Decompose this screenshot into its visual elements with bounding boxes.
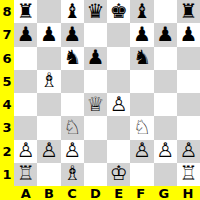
square-e1[interactable]: ♔	[107, 163, 130, 186]
white-knight-piece: ♘	[63, 117, 81, 137]
white-pawn-piece: ♙	[17, 140, 35, 160]
square-a4[interactable]	[14, 93, 37, 116]
white-bishop-piece: ♗	[63, 163, 81, 183]
rank-label-8: 8	[0, 0, 14, 23]
square-g3[interactable]	[154, 116, 177, 139]
square-c4[interactable]	[61, 93, 84, 116]
square-b3[interactable]	[37, 116, 60, 139]
file-label-f: F	[130, 186, 152, 200]
file-label-a: A	[14, 186, 37, 200]
chess-board: ♜♝♛♚♝♜♟♟♟♟♟♟♞♟♞♗♕♙♘♘♙♙♙♙♙♙♖♗♔♖	[14, 0, 200, 186]
file-label-e: E	[108, 186, 130, 200]
square-d3[interactable]	[84, 116, 107, 139]
square-h3[interactable]	[177, 116, 200, 139]
square-b8[interactable]	[37, 0, 60, 23]
square-a3[interactable]	[14, 116, 37, 139]
black-queen-piece: ♛	[86, 1, 104, 21]
square-b2[interactable]: ♙	[37, 140, 60, 163]
square-c1[interactable]: ♗	[61, 163, 84, 186]
square-b6[interactable]	[37, 47, 60, 70]
square-b1[interactable]	[37, 163, 60, 186]
square-a6[interactable]	[14, 47, 37, 70]
white-pawn-piece: ♙	[133, 140, 151, 160]
black-rook-piece: ♜	[17, 1, 35, 21]
square-d7[interactable]	[84, 23, 107, 46]
white-pawn-piece: ♙	[63, 140, 81, 160]
black-knight-piece: ♞	[63, 47, 81, 67]
black-pawn-piece: ♟	[156, 24, 174, 44]
square-g8[interactable]	[154, 0, 177, 23]
square-a2[interactable]: ♙	[14, 140, 37, 163]
file-labels: ABCDEFGH	[14, 186, 200, 200]
black-rook-piece: ♜	[179, 1, 197, 21]
square-d1[interactable]	[84, 163, 107, 186]
square-f3[interactable]: ♘	[130, 116, 153, 139]
rank-labels: 87654321	[0, 0, 14, 186]
white-pawn-piece: ♙	[110, 94, 128, 114]
square-e8[interactable]: ♚	[107, 0, 130, 23]
black-pawn-piece: ♟	[17, 24, 35, 44]
white-rook-piece: ♖	[179, 163, 197, 183]
corner-spacer	[0, 186, 14, 200]
square-h7[interactable]: ♟	[177, 23, 200, 46]
chess-diagram: 87654321 ♜♝♛♚♝♜♟♟♟♟♟♟♞♟♞♗♕♙♘♘♙♙♙♙♙♙♖♗♔♖ …	[0, 0, 200, 200]
square-h2[interactable]: ♙	[177, 140, 200, 163]
white-pawn-piece: ♙	[179, 140, 197, 160]
black-bishop-piece: ♝	[133, 1, 151, 21]
square-h1[interactable]: ♖	[177, 163, 200, 186]
white-king-piece: ♔	[110, 163, 128, 183]
rank-label-6: 6	[0, 47, 14, 70]
square-c8[interactable]: ♝	[61, 0, 84, 23]
square-g5[interactable]	[154, 70, 177, 93]
square-c2[interactable]: ♙	[61, 140, 84, 163]
black-bishop-piece: ♝	[63, 1, 81, 21]
rank-label-4: 4	[0, 93, 14, 116]
square-g7[interactable]: ♟	[154, 23, 177, 46]
white-pawn-piece: ♙	[156, 140, 174, 160]
square-d4[interactable]: ♕	[84, 93, 107, 116]
black-king-piece: ♚	[110, 1, 128, 21]
square-g1[interactable]	[154, 163, 177, 186]
square-a5[interactable]	[14, 70, 37, 93]
square-f1[interactable]	[130, 163, 153, 186]
rank-label-3: 3	[0, 116, 14, 139]
square-f6[interactable]: ♞	[130, 47, 153, 70]
square-c3[interactable]: ♘	[61, 116, 84, 139]
square-f2[interactable]: ♙	[130, 140, 153, 163]
square-c7[interactable]: ♟	[61, 23, 84, 46]
white-bishop-piece: ♗	[40, 70, 58, 90]
square-e7[interactable]	[107, 23, 130, 46]
rank-label-1: 1	[0, 163, 14, 186]
white-rook-piece: ♖	[17, 163, 35, 183]
square-d6[interactable]: ♟	[84, 47, 107, 70]
rank-label-7: 7	[0, 23, 14, 46]
square-d2[interactable]	[84, 140, 107, 163]
square-f4[interactable]	[130, 93, 153, 116]
file-label-b: B	[37, 186, 60, 200]
square-e3[interactable]	[107, 116, 130, 139]
square-b5[interactable]: ♗	[37, 70, 60, 93]
square-e2[interactable]	[107, 140, 130, 163]
square-f7[interactable]: ♟	[130, 23, 153, 46]
square-a1[interactable]: ♖	[14, 163, 37, 186]
square-c5[interactable]	[61, 70, 84, 93]
white-knight-piece: ♘	[133, 117, 151, 137]
square-f5[interactable]	[130, 70, 153, 93]
square-d8[interactable]: ♛	[84, 0, 107, 23]
file-label-c: C	[61, 186, 84, 200]
square-b7[interactable]: ♟	[37, 23, 60, 46]
file-label-h: H	[176, 186, 200, 200]
square-c6[interactable]: ♞	[61, 47, 84, 70]
white-pawn-piece: ♙	[40, 140, 58, 160]
white-queen-piece: ♕	[86, 94, 104, 114]
square-a8[interactable]: ♜	[14, 0, 37, 23]
square-e5[interactable]	[107, 70, 130, 93]
square-h6[interactable]	[177, 47, 200, 70]
square-a7[interactable]: ♟	[14, 23, 37, 46]
black-pawn-piece: ♟	[63, 24, 81, 44]
black-knight-piece: ♞	[133, 47, 151, 67]
rank-label-5: 5	[0, 70, 14, 93]
square-h5[interactable]	[177, 70, 200, 93]
square-e6[interactable]	[107, 47, 130, 70]
square-g2[interactable]: ♙	[154, 140, 177, 163]
file-label-strip: ABCDEFGH	[0, 186, 200, 200]
black-pawn-piece: ♟	[86, 47, 104, 67]
square-h8[interactable]: ♜	[177, 0, 200, 23]
square-f8[interactable]: ♝	[130, 0, 153, 23]
square-e4[interactable]: ♙	[107, 93, 130, 116]
square-b4[interactable]	[37, 93, 60, 116]
file-label-d: D	[83, 186, 107, 200]
square-g6[interactable]	[154, 47, 177, 70]
square-h4[interactable]	[177, 93, 200, 116]
file-label-g: G	[152, 186, 176, 200]
rank-label-2: 2	[0, 140, 14, 163]
square-g4[interactable]	[154, 93, 177, 116]
black-pawn-piece: ♟	[133, 24, 151, 44]
black-pawn-piece: ♟	[40, 24, 58, 44]
square-d5[interactable]	[84, 70, 107, 93]
black-pawn-piece: ♟	[179, 24, 197, 44]
